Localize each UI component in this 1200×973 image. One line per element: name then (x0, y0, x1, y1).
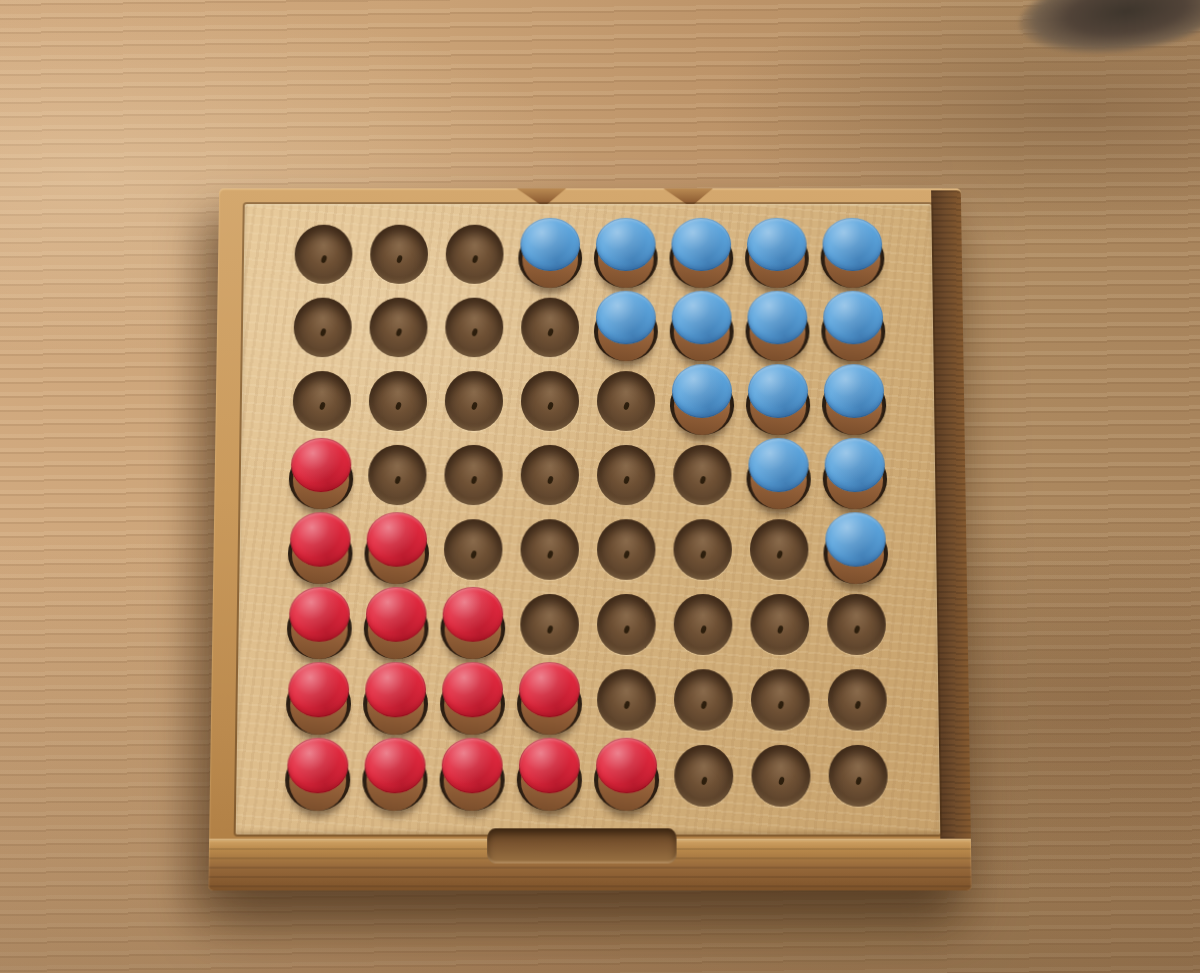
game-box (208, 188, 971, 890)
hole[interactable] (512, 291, 588, 364)
empty-hole-icon (751, 669, 810, 730)
hole[interactable] (436, 291, 512, 364)
hole[interactable] (361, 218, 437, 291)
empty-hole-icon (293, 298, 351, 357)
peg-red[interactable] (357, 662, 435, 738)
hole[interactable] (512, 438, 588, 512)
peg-blue[interactable] (740, 438, 817, 512)
empty-hole-icon (370, 225, 428, 284)
hole[interactable] (588, 662, 665, 738)
empty-hole-icon (673, 445, 731, 505)
empty-hole-icon (750, 594, 809, 655)
hole[interactable] (283, 364, 360, 438)
hole[interactable] (741, 587, 818, 662)
peg-red[interactable] (281, 587, 359, 662)
empty-hole-icon (597, 445, 655, 505)
peg-board-lid (236, 204, 941, 834)
peg-blue[interactable] (816, 364, 893, 438)
empty-hole-icon (445, 371, 503, 431)
peg-red[interactable] (433, 738, 511, 814)
finger-scoop-notch (487, 828, 677, 863)
empty-hole-icon (369, 371, 427, 431)
empty-hole-icon (446, 225, 504, 284)
hole[interactable] (511, 587, 588, 662)
peg-red[interactable] (434, 587, 511, 662)
hole[interactable] (742, 738, 820, 814)
empty-hole-icon (674, 594, 733, 655)
hole[interactable] (512, 364, 588, 438)
peg-blue[interactable] (815, 291, 892, 364)
hole[interactable] (665, 738, 743, 814)
empty-hole-icon (597, 594, 656, 655)
peg-blue[interactable] (663, 218, 739, 291)
peg-blue[interactable] (817, 512, 894, 587)
empty-hole-icon (597, 519, 655, 580)
peg-blue[interactable] (664, 291, 740, 364)
empty-hole-icon (597, 371, 655, 431)
empty-hole-icon (521, 445, 579, 505)
empty-hole-icon (750, 519, 809, 580)
hole[interactable] (588, 587, 665, 662)
peg-red[interactable] (588, 738, 665, 814)
hole[interactable] (819, 662, 897, 738)
hole[interactable] (360, 291, 436, 364)
peg-red[interactable] (279, 738, 357, 814)
empty-hole-icon (293, 371, 352, 431)
empty-hole-icon (828, 745, 888, 807)
peg-blue[interactable] (664, 364, 740, 438)
hole[interactable] (285, 218, 361, 291)
hole[interactable] (359, 438, 436, 512)
hole[interactable] (511, 512, 588, 587)
empty-hole-icon (368, 445, 427, 505)
empty-hole-icon (521, 298, 579, 357)
peg-blue[interactable] (816, 438, 893, 512)
empty-hole-icon (444, 519, 503, 580)
peg-red[interactable] (280, 662, 358, 738)
hole[interactable] (664, 438, 741, 512)
hole[interactable] (588, 512, 665, 587)
empty-hole-icon (597, 669, 656, 730)
hole[interactable] (437, 218, 513, 291)
peg-blue[interactable] (740, 364, 817, 438)
empty-hole-icon (369, 298, 427, 357)
board-grid (279, 218, 898, 814)
empty-hole-icon (445, 298, 503, 357)
peg-red[interactable] (356, 738, 434, 814)
hole[interactable] (742, 662, 820, 738)
empty-hole-icon (828, 669, 887, 730)
peg-red[interactable] (357, 587, 434, 662)
peg-blue[interactable] (512, 218, 588, 291)
hole[interactable] (818, 587, 896, 662)
hole[interactable] (664, 512, 741, 587)
peg-red[interactable] (511, 738, 588, 814)
peg-red[interactable] (282, 512, 359, 587)
empty-hole-icon (674, 669, 733, 730)
empty-hole-icon (827, 594, 886, 655)
peg-red[interactable] (283, 438, 360, 512)
wood-knot (1014, 0, 1200, 65)
peg-red[interactable] (511, 662, 588, 738)
empty-hole-icon (751, 745, 810, 807)
peg-red[interactable] (358, 512, 435, 587)
hole[interactable] (588, 438, 664, 512)
hole[interactable] (741, 512, 818, 587)
empty-hole-icon (444, 445, 502, 505)
empty-hole-icon (673, 519, 732, 580)
hole[interactable] (588, 364, 664, 438)
peg-blue[interactable] (739, 291, 815, 364)
peg-red[interactable] (434, 662, 511, 738)
empty-hole-icon (520, 519, 578, 580)
peg-blue[interactable] (588, 218, 664, 291)
hole[interactable] (360, 364, 437, 438)
empty-hole-icon (294, 225, 352, 284)
empty-hole-icon (521, 371, 579, 431)
hole[interactable] (284, 291, 361, 364)
peg-blue[interactable] (739, 218, 815, 291)
hole[interactable] (665, 662, 742, 738)
peg-blue[interactable] (814, 218, 890, 291)
empty-hole-icon (674, 745, 733, 807)
hole[interactable] (435, 512, 512, 587)
box-front-face (208, 839, 971, 891)
hole[interactable] (435, 438, 512, 512)
hole[interactable] (665, 587, 742, 662)
hole[interactable] (436, 364, 512, 438)
empty-hole-icon (520, 594, 579, 655)
hole[interactable] (819, 738, 897, 814)
peg-blue[interactable] (588, 291, 664, 364)
